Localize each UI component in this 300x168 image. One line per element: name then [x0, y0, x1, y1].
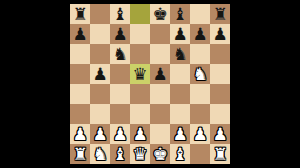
square-d4[interactable]: [130, 84, 150, 104]
chess-board: ♜♝♚♝♜♟♟♟♟♟♞♞♟♛♟♞♟♟♟♟♟♟♟♜♞♝♛♚♝♜: [70, 4, 230, 164]
black-bishop[interactable]: ♝: [110, 4, 130, 24]
square-e6[interactable]: [150, 44, 170, 64]
square-b3[interactable]: [90, 104, 110, 124]
square-g6[interactable]: [190, 44, 210, 64]
square-a4[interactable]: [70, 84, 90, 104]
square-c2[interactable]: ♟: [110, 124, 130, 144]
square-h7[interactable]: ♟: [210, 24, 230, 44]
white-pawn[interactable]: ♟: [170, 124, 190, 144]
black-knight[interactable]: ♞: [170, 44, 190, 64]
square-e8[interactable]: ♚: [150, 4, 170, 24]
square-g3[interactable]: [190, 104, 210, 124]
black-bishop[interactable]: ♝: [170, 4, 190, 24]
square-d1[interactable]: ♛: [130, 144, 150, 164]
black-pawn[interactable]: ♟: [70, 24, 90, 44]
square-c6[interactable]: ♞: [110, 44, 130, 64]
square-h5[interactable]: [210, 64, 230, 84]
square-a7[interactable]: ♟: [70, 24, 90, 44]
square-c8[interactable]: ♝: [110, 4, 130, 24]
square-g8[interactable]: [190, 4, 210, 24]
square-c3[interactable]: [110, 104, 130, 124]
square-g7[interactable]: ♟: [190, 24, 210, 44]
square-d3[interactable]: [130, 104, 150, 124]
white-pawn[interactable]: ♟: [70, 124, 90, 144]
white-pawn[interactable]: ♟: [110, 124, 130, 144]
square-b8[interactable]: [90, 4, 110, 24]
black-queen[interactable]: ♛: [130, 64, 150, 84]
square-f7[interactable]: ♟: [170, 24, 190, 44]
white-pawn[interactable]: ♟: [210, 124, 230, 144]
black-king[interactable]: ♚: [150, 4, 170, 24]
black-pawn[interactable]: ♟: [90, 64, 110, 84]
square-f6[interactable]: ♞: [170, 44, 190, 64]
square-f1[interactable]: ♝: [170, 144, 190, 164]
square-b4[interactable]: [90, 84, 110, 104]
black-rook[interactable]: ♜: [210, 4, 230, 24]
square-f5[interactable]: [170, 64, 190, 84]
square-a8[interactable]: ♜: [70, 4, 90, 24]
square-a1[interactable]: ♜: [70, 144, 90, 164]
white-knight[interactable]: ♞: [90, 144, 110, 164]
square-b5[interactable]: ♟: [90, 64, 110, 84]
square-e3[interactable]: [150, 104, 170, 124]
white-pawn[interactable]: ♟: [190, 124, 210, 144]
square-d2[interactable]: ♟: [130, 124, 150, 144]
square-d7[interactable]: [130, 24, 150, 44]
square-e1[interactable]: ♚: [150, 144, 170, 164]
square-d6[interactable]: [130, 44, 150, 64]
white-bishop[interactable]: ♝: [110, 144, 130, 164]
square-e7[interactable]: [150, 24, 170, 44]
black-rook[interactable]: ♜: [70, 4, 90, 24]
square-b6[interactable]: [90, 44, 110, 64]
white-pawn[interactable]: ♟: [130, 124, 150, 144]
square-d5[interactable]: ♛: [130, 64, 150, 84]
white-pawn[interactable]: ♟: [90, 124, 110, 144]
square-b7[interactable]: [90, 24, 110, 44]
square-h2[interactable]: ♟: [210, 124, 230, 144]
black-pawn[interactable]: ♟: [190, 24, 210, 44]
black-pawn[interactable]: ♟: [150, 64, 170, 84]
square-d8[interactable]: [130, 4, 150, 24]
square-c4[interactable]: [110, 84, 130, 104]
square-a3[interactable]: [70, 104, 90, 124]
white-bishop[interactable]: ♝: [170, 144, 190, 164]
square-c1[interactable]: ♝: [110, 144, 130, 164]
white-king[interactable]: ♚: [150, 144, 170, 164]
square-a2[interactable]: ♟: [70, 124, 90, 144]
square-e2[interactable]: [150, 124, 170, 144]
square-g4[interactable]: [190, 84, 210, 104]
square-b2[interactable]: ♟: [90, 124, 110, 144]
app-background: ♜♝♚♝♜♟♟♟♟♟♞♞♟♛♟♞♟♟♟♟♟♟♟♜♞♝♛♚♝♜: [0, 0, 300, 168]
square-h3[interactable]: [210, 104, 230, 124]
white-knight[interactable]: ♞: [190, 64, 210, 84]
square-a6[interactable]: [70, 44, 90, 64]
square-b1[interactable]: ♞: [90, 144, 110, 164]
black-pawn[interactable]: ♟: [170, 24, 190, 44]
square-f4[interactable]: [170, 84, 190, 104]
square-c5[interactable]: [110, 64, 130, 84]
square-g5[interactable]: ♞: [190, 64, 210, 84]
black-pawn[interactable]: ♟: [110, 24, 130, 44]
square-h6[interactable]: [210, 44, 230, 64]
square-g1[interactable]: [190, 144, 210, 164]
black-pawn[interactable]: ♟: [210, 24, 230, 44]
white-rook[interactable]: ♜: [70, 144, 90, 164]
square-c7[interactable]: ♟: [110, 24, 130, 44]
square-g2[interactable]: ♟: [190, 124, 210, 144]
square-a5[interactable]: [70, 64, 90, 84]
square-f8[interactable]: ♝: [170, 4, 190, 24]
square-f2[interactable]: ♟: [170, 124, 190, 144]
white-rook[interactable]: ♜: [210, 144, 230, 164]
square-e5[interactable]: ♟: [150, 64, 170, 84]
square-h8[interactable]: ♜: [210, 4, 230, 24]
square-f3[interactable]: [170, 104, 190, 124]
square-e4[interactable]: [150, 84, 170, 104]
square-h4[interactable]: [210, 84, 230, 104]
white-queen[interactable]: ♛: [130, 144, 150, 164]
square-h1[interactable]: ♜: [210, 144, 230, 164]
black-knight[interactable]: ♞: [110, 44, 130, 64]
